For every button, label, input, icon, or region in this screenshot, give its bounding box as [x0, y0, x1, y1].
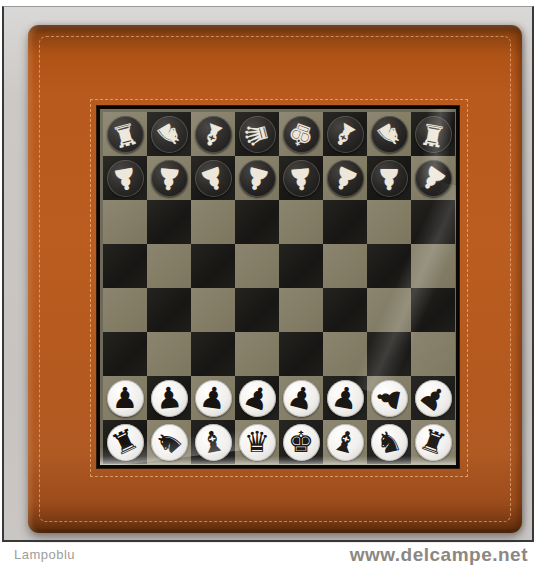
piece-glyph: ♛ — [240, 118, 275, 151]
black-king-e8: ♚ — [283, 116, 320, 153]
piece-glyph: ♟ — [155, 382, 183, 413]
scan-photo: ♜♞♝♛♚♝♞♜♟♟♟♟♟♟♟♟♟♟♟♟♟♟♟♟♜♞♝♛♚♝♞♜ — [2, 6, 534, 542]
piece-glyph: ♟ — [285, 381, 317, 415]
square-d8: ♛ — [235, 112, 279, 156]
square-a8: ♜ — [103, 112, 147, 156]
square-e1: ♚ — [279, 420, 323, 464]
black-queen-d8: ♛ — [239, 116, 276, 153]
square-h2: ♟ — [411, 376, 455, 420]
black-pawn-f7: ♟ — [327, 160, 364, 197]
square-h6 — [411, 200, 455, 244]
square-h7: ♟ — [411, 156, 455, 200]
board-window: ♜♞♝♛♚♝♞♜♟♟♟♟♟♟♟♟♟♟♟♟♟♟♟♟♜♞♝♛♚♝♞♜ — [96, 105, 460, 469]
black-pawn-a7: ♟ — [107, 160, 144, 197]
white-queen-d1: ♛ — [239, 424, 276, 461]
white-bishop-c1: ♝ — [195, 424, 232, 461]
piece-glyph: ♝ — [196, 116, 230, 152]
square-b3 — [147, 332, 191, 376]
piece-glyph: ♞ — [150, 115, 187, 153]
white-pawn-a2: ♟ — [107, 380, 144, 417]
square-c6 — [191, 200, 235, 244]
square-h4 — [411, 288, 455, 332]
square-c5 — [191, 244, 235, 288]
square-g6 — [367, 200, 411, 244]
black-bishop-c8: ♝ — [195, 116, 232, 153]
piece-glyph: ♛ — [244, 428, 270, 457]
square-c2: ♟ — [191, 376, 235, 420]
square-a6 — [103, 200, 147, 244]
square-g5 — [367, 244, 411, 288]
black-rook-a8: ♜ — [107, 116, 144, 153]
piece-glyph: ♞ — [150, 423, 189, 462]
piece-glyph: ♟ — [287, 162, 315, 193]
piece-glyph: ♟ — [198, 382, 228, 414]
white-pawn-b2: ♟ — [151, 380, 188, 417]
square-e2: ♟ — [279, 376, 323, 420]
black-knight-g8: ♞ — [371, 116, 408, 153]
piece-glyph: ♟ — [110, 161, 141, 194]
piece-glyph: ♚ — [288, 428, 314, 457]
square-b8: ♞ — [147, 112, 191, 156]
piece-glyph: ♝ — [329, 425, 362, 460]
piece-glyph: ♜ — [418, 117, 449, 150]
piece-glyph: ♟ — [196, 160, 230, 196]
square-b2: ♟ — [147, 376, 191, 420]
piece-glyph: ♜ — [416, 424, 450, 460]
square-g1: ♞ — [367, 420, 411, 464]
square-g4 — [367, 288, 411, 332]
square-c1: ♝ — [191, 420, 235, 464]
white-king-e1: ♚ — [283, 424, 320, 461]
square-d7: ♟ — [235, 156, 279, 200]
square-c7: ♟ — [191, 156, 235, 200]
square-a1: ♜ — [103, 420, 147, 464]
square-e8: ♚ — [279, 112, 323, 156]
square-h1: ♜ — [411, 420, 455, 464]
square-f2: ♟ — [323, 376, 367, 420]
square-c3 — [191, 332, 235, 376]
piece-glyph: ♟ — [330, 381, 361, 414]
piece-glyph: ♜ — [107, 423, 143, 460]
watermark-seller: Lampoblu — [14, 547, 75, 562]
square-f7: ♟ — [323, 156, 367, 200]
piece-glyph: ♟ — [241, 161, 274, 196]
white-pawn-d2: ♟ — [239, 380, 276, 417]
black-rook-h8: ♜ — [415, 116, 452, 153]
square-d5 — [235, 244, 279, 288]
piece-glyph: ♟ — [327, 159, 363, 196]
square-f8: ♝ — [323, 112, 367, 156]
square-f5 — [323, 244, 367, 288]
board-wrap: ♜♞♝♛♚♝♞♜♟♟♟♟♟♟♟♟♟♟♟♟♟♟♟♟♜♞♝♛♚♝♞♜ — [100, 109, 456, 465]
black-pawn-d7: ♟ — [239, 160, 276, 197]
square-b4 — [147, 288, 191, 332]
black-pawn-g7: ♟ — [371, 160, 408, 197]
square-c8: ♝ — [191, 112, 235, 156]
piece-glyph: ♟ — [240, 380, 274, 416]
white-rook-a1: ♜ — [107, 424, 144, 461]
square-h3 — [411, 332, 455, 376]
square-f4 — [323, 288, 367, 332]
piece-glyph: ♟ — [376, 164, 402, 193]
square-a5 — [103, 244, 147, 288]
white-knight-b1: ♞ — [151, 424, 188, 461]
black-pawn-b7: ♟ — [151, 160, 188, 197]
piece-glyph: ♝ — [326, 115, 363, 153]
black-pawn-c7: ♟ — [195, 160, 232, 197]
piece-glyph: ♟ — [155, 162, 183, 193]
square-b1: ♞ — [147, 420, 191, 464]
piece-glyph: ♚ — [284, 116, 318, 152]
square-a7: ♟ — [103, 156, 147, 200]
piece-glyph: ♟ — [414, 159, 452, 198]
watermark-site: www.delcampe.net — [350, 544, 528, 566]
chess-board: ♜♞♝♛♚♝♞♜♟♟♟♟♟♟♟♟♟♟♟♟♟♟♟♟♜♞♝♛♚♝♞♜ — [100, 109, 456, 465]
square-d3 — [235, 332, 279, 376]
square-g8: ♞ — [367, 112, 411, 156]
piece-glyph: ♝ — [198, 425, 229, 458]
square-b7: ♟ — [147, 156, 191, 200]
square-e7: ♟ — [279, 156, 323, 200]
square-g2: ♟ — [367, 376, 411, 420]
piece-glyph: ♟ — [414, 379, 452, 418]
square-h5 — [411, 244, 455, 288]
white-bishop-f1: ♝ — [327, 424, 364, 461]
white-pawn-h2: ♟ — [415, 380, 452, 417]
square-c4 — [191, 288, 235, 332]
white-rook-h1: ♜ — [415, 424, 452, 461]
square-h8: ♜ — [411, 112, 455, 156]
white-pawn-e2: ♟ — [283, 380, 320, 417]
black-pawn-e7: ♟ — [283, 160, 320, 197]
white-pawn-f2: ♟ — [327, 380, 364, 417]
square-a3 — [103, 332, 147, 376]
square-f6 — [323, 200, 367, 244]
caption-strip: Lampoblu www.delcampe.net — [0, 543, 536, 566]
square-e5 — [279, 244, 323, 288]
black-knight-b8: ♞ — [151, 116, 188, 153]
square-d6 — [235, 200, 279, 244]
piece-glyph: ♟ — [112, 384, 138, 413]
square-g7: ♟ — [367, 156, 411, 200]
square-a4 — [103, 288, 147, 332]
white-knight-g1: ♞ — [371, 424, 408, 461]
piece-glyph: ♜ — [109, 117, 142, 152]
square-b5 — [147, 244, 191, 288]
square-d1: ♛ — [235, 420, 279, 464]
square-b6 — [147, 200, 191, 244]
square-a2: ♟ — [103, 376, 147, 420]
square-e4 — [279, 288, 323, 332]
square-g3 — [367, 332, 411, 376]
square-e3 — [279, 332, 323, 376]
black-pawn-h7: ♟ — [415, 160, 452, 197]
piece-glyph: ♟ — [372, 382, 406, 413]
square-d4 — [235, 288, 279, 332]
square-f1: ♝ — [323, 420, 367, 464]
square-f3 — [323, 332, 367, 376]
piece-glyph: ♞ — [373, 425, 404, 459]
white-pawn-c2: ♟ — [195, 380, 232, 417]
scan-page: ♜♞♝♛♚♝♞♜♟♟♟♟♟♟♟♟♟♟♟♟♟♟♟♟♜♞♝♛♚♝♞♜ Lampobl… — [0, 0, 536, 566]
white-pawn-g2: ♟ — [371, 380, 408, 417]
square-e6 — [279, 200, 323, 244]
piece-glyph: ♞ — [370, 115, 407, 153]
black-bishop-f8: ♝ — [327, 116, 364, 153]
square-d2: ♟ — [235, 376, 279, 420]
leather-case: ♜♞♝♛♚♝♞♜♟♟♟♟♟♟♟♟♟♟♟♟♟♟♟♟♜♞♝♛♚♝♞♜ — [28, 25, 522, 533]
